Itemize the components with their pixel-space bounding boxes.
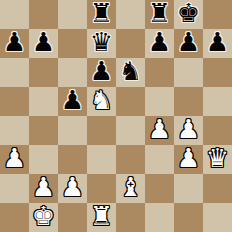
square-b7[interactable]: ♟: [29, 29, 58, 58]
square-f2[interactable]: [145, 174, 174, 203]
square-f8[interactable]: ♜: [145, 0, 174, 29]
square-a4[interactable]: [0, 116, 29, 145]
square-f4[interactable]: ♟: [145, 116, 174, 145]
square-g6[interactable]: [174, 58, 203, 87]
square-f1[interactable]: [145, 203, 174, 232]
square-g8[interactable]: ♚: [174, 0, 203, 29]
square-h1[interactable]: [203, 203, 232, 232]
square-e5[interactable]: [116, 87, 145, 116]
square-d8[interactable]: ♜: [87, 0, 116, 29]
square-d5[interactable]: ♞: [87, 87, 116, 116]
square-g2[interactable]: [174, 174, 203, 203]
white-bishop[interactable]: ♝: [119, 174, 142, 202]
square-g3[interactable]: ♟: [174, 145, 203, 174]
square-h3[interactable]: ♛: [203, 145, 232, 174]
square-b6[interactable]: [29, 58, 58, 87]
square-e6[interactable]: ♞: [116, 58, 145, 87]
square-b8[interactable]: [29, 0, 58, 29]
square-c4[interactable]: [58, 116, 87, 145]
square-d4[interactable]: [87, 116, 116, 145]
square-d3[interactable]: [87, 145, 116, 174]
black-pawn[interactable]: ♟: [61, 87, 84, 115]
square-g7[interactable]: ♟: [174, 29, 203, 58]
square-c2[interactable]: ♟: [58, 174, 87, 203]
square-f6[interactable]: [145, 58, 174, 87]
square-e3[interactable]: [116, 145, 145, 174]
white-king[interactable]: ♚: [32, 203, 55, 231]
square-a2[interactable]: [0, 174, 29, 203]
square-g4[interactable]: ♟: [174, 116, 203, 145]
square-e4[interactable]: [116, 116, 145, 145]
square-h4[interactable]: [203, 116, 232, 145]
black-pawn[interactable]: ♟: [148, 29, 171, 57]
square-b2[interactable]: ♟: [29, 174, 58, 203]
white-rook[interactable]: ♜: [90, 203, 113, 231]
square-a6[interactable]: [0, 58, 29, 87]
square-b3[interactable]: [29, 145, 58, 174]
white-pawn[interactable]: ♟: [32, 174, 55, 202]
chess-board: ♜♜♚♟♟♛♟♟♟♟♞♟♞♟♟♟♟♛♟♟♝♚♜: [0, 0, 232, 232]
square-e1[interactable]: [116, 203, 145, 232]
square-f7[interactable]: ♟: [145, 29, 174, 58]
square-f5[interactable]: [145, 87, 174, 116]
square-d6[interactable]: ♟: [87, 58, 116, 87]
black-rook[interactable]: ♜: [90, 0, 113, 28]
square-h2[interactable]: [203, 174, 232, 203]
black-knight[interactable]: ♞: [119, 58, 142, 86]
square-c8[interactable]: [58, 0, 87, 29]
black-queen[interactable]: ♛: [90, 29, 113, 57]
black-pawn[interactable]: ♟: [32, 29, 55, 57]
white-knight[interactable]: ♞: [90, 87, 113, 115]
square-e2[interactable]: ♝: [116, 174, 145, 203]
white-pawn[interactable]: ♟: [3, 145, 26, 173]
square-a5[interactable]: [0, 87, 29, 116]
square-e8[interactable]: [116, 0, 145, 29]
square-h5[interactable]: [203, 87, 232, 116]
white-pawn[interactable]: ♟: [177, 116, 200, 144]
square-a8[interactable]: [0, 0, 29, 29]
square-a7[interactable]: ♟: [0, 29, 29, 58]
white-pawn[interactable]: ♟: [177, 145, 200, 173]
square-g1[interactable]: [174, 203, 203, 232]
white-queen[interactable]: ♛: [206, 145, 229, 173]
square-e7[interactable]: [116, 29, 145, 58]
black-pawn[interactable]: ♟: [3, 29, 26, 57]
black-pawn[interactable]: ♟: [90, 58, 113, 86]
square-b1[interactable]: ♚: [29, 203, 58, 232]
square-h6[interactable]: [203, 58, 232, 87]
black-pawn[interactable]: ♟: [206, 29, 229, 57]
square-a3[interactable]: ♟: [0, 145, 29, 174]
black-king[interactable]: ♚: [177, 0, 200, 28]
square-c1[interactable]: [58, 203, 87, 232]
square-a1[interactable]: [0, 203, 29, 232]
square-c6[interactable]: [58, 58, 87, 87]
square-g5[interactable]: [174, 87, 203, 116]
square-h7[interactable]: ♟: [203, 29, 232, 58]
square-b5[interactable]: [29, 87, 58, 116]
square-d2[interactable]: [87, 174, 116, 203]
square-h8[interactable]: [203, 0, 232, 29]
square-d7[interactable]: ♛: [87, 29, 116, 58]
black-pawn[interactable]: ♟: [177, 29, 200, 57]
square-c7[interactable]: [58, 29, 87, 58]
square-b4[interactable]: [29, 116, 58, 145]
square-d1[interactable]: ♜: [87, 203, 116, 232]
white-pawn[interactable]: ♟: [148, 116, 171, 144]
square-c3[interactable]: [58, 145, 87, 174]
square-c5[interactable]: ♟: [58, 87, 87, 116]
black-rook[interactable]: ♜: [148, 0, 171, 28]
white-pawn[interactable]: ♟: [61, 174, 84, 202]
square-f3[interactable]: [145, 145, 174, 174]
